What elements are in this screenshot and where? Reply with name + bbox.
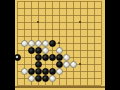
grid-line-vertical [94,1,95,85]
black-stone[interactable] [49,54,56,61]
white-stone[interactable] [42,47,49,54]
white-stone[interactable] [56,68,63,75]
grid-line-vertical [66,1,67,85]
letterbox-left [0,0,15,90]
white-stone[interactable] [28,40,35,47]
white-stone[interactable] [70,61,77,68]
letterbox-right [105,0,120,90]
star-point [37,21,39,23]
white-stone[interactable] [49,75,56,82]
black-stone[interactable] [35,75,42,82]
black-stone[interactable] [56,61,63,68]
black-stone[interactable] [35,54,42,61]
black-stone[interactable] [56,54,63,61]
white-stone[interactable] [56,47,63,54]
grid-line-vertical [101,1,102,85]
grid-line-vertical [80,1,81,85]
star-point [58,42,60,44]
white-stone[interactable] [28,75,35,82]
black-stone[interactable] [42,54,49,61]
white-stone[interactable] [63,54,70,61]
grid-line-vertical [73,1,74,85]
white-stone[interactable] [21,68,28,75]
black-stone[interactable] [49,40,56,47]
star-point [79,21,81,23]
last-move-marker-icon [16,56,19,59]
black-stone[interactable] [35,47,42,54]
black-stone[interactable] [28,47,35,54]
black-stone[interactable] [28,68,35,75]
marked-black-stone[interactable] [14,54,21,61]
white-stone[interactable] [63,61,70,68]
black-stone[interactable] [42,68,49,75]
white-stone[interactable] [21,40,28,47]
board-bottom-edge [15,86,105,88]
black-stone[interactable] [49,68,56,75]
go-board[interactable] [15,0,105,90]
black-stone[interactable] [42,75,49,82]
white-stone[interactable] [35,40,42,47]
white-stone[interactable] [42,40,49,47]
star-point [79,63,81,65]
go-app-screenshot [0,0,120,90]
black-stone[interactable] [35,61,42,68]
grid-line-vertical [87,1,88,85]
black-stone[interactable] [35,68,42,75]
